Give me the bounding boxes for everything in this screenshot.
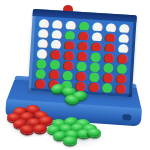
disc-red: ● <box>62 59 74 70</box>
board-cell: ● <box>114 83 128 94</box>
disc-green: ● <box>101 82 113 93</box>
disc-red: ● <box>115 83 127 94</box>
connect-four-board: ●●●●●●●●●●●●●●●●●●●●●●●●●●●●●●●●●●●●●●●●… <box>28 9 137 97</box>
disc-green: ● <box>62 70 74 81</box>
disc-red: ● <box>88 81 100 92</box>
hole-empty: ● <box>65 19 77 30</box>
disc-red: ● <box>104 42 116 53</box>
board-cell: ● <box>100 82 114 93</box>
board-cell: ● <box>87 81 101 92</box>
disc-red: ● <box>77 30 89 41</box>
disc-green: ● <box>35 68 47 79</box>
disc-red: ● <box>34 78 46 89</box>
disc-green: ● <box>89 61 101 72</box>
hole-empty: ● <box>91 21 103 32</box>
disc-red: ● <box>77 40 89 51</box>
tray-handle-notch <box>122 114 131 121</box>
disc-red: ● <box>116 53 128 64</box>
hole-empty: ● <box>38 17 50 28</box>
disc-green: ● <box>35 58 47 69</box>
disc-red: ● <box>74 80 86 91</box>
green-chip-pile <box>63 136 77 145</box>
connect-four-product-photo: ●●●●●●●●●●●●●●●●●●●●●●●●●●●●●●●●●●●●●●●●… <box>0 0 150 150</box>
hole-empty: ● <box>50 38 62 49</box>
disc-red: ● <box>104 32 116 43</box>
board-cell: ● <box>33 78 47 89</box>
disc-green: ● <box>116 63 128 74</box>
board-grid: ●●●●●●●●●●●●●●●●●●●●●●●●●●●●●●●●●●●●●●●●… <box>33 17 131 94</box>
